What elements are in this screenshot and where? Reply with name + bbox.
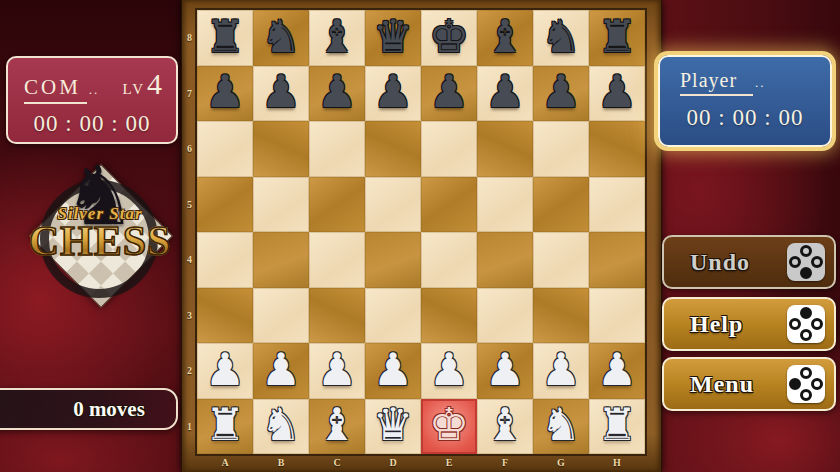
logo-title-line2: CHESS: [22, 217, 178, 265]
white-pawn: ♟: [533, 343, 589, 399]
square-f8[interactable]: ♝: [477, 10, 533, 66]
square-e3[interactable]: [421, 288, 477, 344]
rank-label-6: 6: [182, 121, 197, 177]
rank-label-7: 7: [182, 66, 197, 122]
square-b1[interactable]: ♞: [253, 399, 309, 455]
white-queen: ♛: [365, 399, 421, 455]
player-clock-panel: Player .. 00 : 00 : 00: [658, 55, 832, 147]
black-pawn: ♟: [253, 66, 309, 122]
black-bishop: ♝: [309, 10, 365, 66]
square-e7[interactable]: ♟: [421, 66, 477, 122]
help-button[interactable]: Help: [662, 297, 836, 351]
square-a5[interactable]: [197, 177, 253, 233]
square-d2[interactable]: ♟: [365, 343, 421, 399]
com-level-value: 4: [147, 70, 162, 97]
black-pawn: ♟: [309, 66, 365, 122]
square-a4[interactable]: [197, 232, 253, 288]
square-a2[interactable]: ♟: [197, 343, 253, 399]
square-b5[interactable]: [253, 177, 309, 233]
pad-dot-top-filled: [800, 307, 812, 319]
rank-label-3: 3: [182, 288, 197, 344]
com-clock-panel: COM .. LV 4 00 : 00 : 00: [6, 56, 178, 144]
square-e5[interactable]: [421, 177, 477, 233]
pad-dot-top: [800, 245, 812, 257]
square-f1[interactable]: ♝: [477, 399, 533, 455]
pad-dot-bottom-filled: [800, 267, 812, 279]
file-label-h: H: [589, 455, 645, 470]
square-h5[interactable]: [589, 177, 645, 233]
square-d5[interactable]: [365, 177, 421, 233]
square-c8[interactable]: ♝: [309, 10, 365, 66]
square-b3[interactable]: [253, 288, 309, 344]
white-pawn: ♟: [477, 343, 533, 399]
square-c6[interactable]: [309, 121, 365, 177]
undo-button-label: Undo: [690, 249, 750, 276]
undo-button[interactable]: Undo: [662, 235, 836, 289]
rank-label-2: 2: [182, 343, 197, 399]
square-c5[interactable]: [309, 177, 365, 233]
com-level-label: LV: [122, 81, 145, 98]
square-f3[interactable]: [477, 288, 533, 344]
black-rook: ♜: [589, 10, 645, 66]
square-b2[interactable]: ♟: [253, 343, 309, 399]
square-b6[interactable]: [253, 121, 309, 177]
square-h6[interactable]: [589, 121, 645, 177]
player-underline-dots: ..: [755, 75, 766, 91]
pad-dot-left-filled: [789, 378, 801, 390]
square-d4[interactable]: [365, 232, 421, 288]
pad-dot-left: [789, 256, 801, 268]
square-g8[interactable]: ♞: [533, 10, 589, 66]
square-a3[interactable]: [197, 288, 253, 344]
square-e2[interactable]: ♟: [421, 343, 477, 399]
black-pawn: ♟: [589, 66, 645, 122]
square-g3[interactable]: [533, 288, 589, 344]
file-label-b: B: [253, 455, 309, 470]
com-clock: 00 : 00 : 00: [8, 111, 176, 137]
square-a7[interactable]: ♟: [197, 66, 253, 122]
square-a6[interactable]: [197, 121, 253, 177]
file-label-a: A: [197, 455, 253, 470]
square-d3[interactable]: [365, 288, 421, 344]
black-pawn: ♟: [365, 66, 421, 122]
square-f4[interactable]: [477, 232, 533, 288]
rank-label-1: 1: [182, 399, 197, 455]
black-pawn: ♟: [197, 66, 253, 122]
white-knight: ♞: [533, 399, 589, 455]
square-d6[interactable]: [365, 121, 421, 177]
square-d7[interactable]: ♟: [365, 66, 421, 122]
file-labels: ABCDEFGH: [197, 455, 645, 470]
square-f6[interactable]: [477, 121, 533, 177]
pad-dot-right: [811, 256, 823, 268]
square-h1[interactable]: ♜: [589, 399, 645, 455]
black-rook: ♜: [197, 10, 253, 66]
move-counter-panel: 0 moves: [0, 388, 178, 430]
square-g2[interactable]: ♟: [533, 343, 589, 399]
silver-star-chess-logo: ♞ Silver Star CHESS: [22, 163, 178, 308]
square-c4[interactable]: [309, 232, 365, 288]
square-f5[interactable]: [477, 177, 533, 233]
white-rook: ♜: [589, 399, 645, 455]
player-name: Player: [680, 69, 753, 96]
file-label-f: F: [477, 455, 533, 470]
pad-dot-right: [811, 378, 823, 390]
move-counter-text: 0 moves: [15, 397, 145, 422]
square-h4[interactable]: [589, 232, 645, 288]
file-label-d: D: [365, 455, 421, 470]
square-f7[interactable]: ♟: [477, 66, 533, 122]
square-a8[interactable]: ♜: [197, 10, 253, 66]
rank-labels: 87654321: [182, 10, 197, 454]
square-c1[interactable]: ♝: [309, 399, 365, 455]
square-h8[interactable]: ♜: [589, 10, 645, 66]
white-pawn: ♟: [197, 343, 253, 399]
rank-label-5: 5: [182, 177, 197, 233]
square-h2[interactable]: ♟: [589, 343, 645, 399]
square-h7[interactable]: ♟: [589, 66, 645, 122]
black-queen: ♛: [365, 10, 421, 66]
menu-button-label: Menu: [690, 371, 754, 398]
file-label-g: G: [533, 455, 589, 470]
menu-button[interactable]: Menu: [662, 357, 836, 411]
white-king: ♚: [421, 399, 477, 455]
white-pawn: ♟: [421, 343, 477, 399]
square-b4[interactable]: [253, 232, 309, 288]
game-screen: 87654321 ♜♞♝♛♚♝♞♜♟♟♟♟♟♟♟♟♟♟♟♟♟♟♟♟♜♞♝♛♚♝♞…: [0, 0, 840, 472]
square-b8[interactable]: ♞: [253, 10, 309, 66]
white-pawn: ♟: [253, 343, 309, 399]
com-underline-dots: ..: [89, 82, 100, 98]
help-button-label: Help: [690, 311, 743, 338]
square-e6[interactable]: [421, 121, 477, 177]
white-pawn: ♟: [589, 343, 645, 399]
square-b7[interactable]: ♟: [253, 66, 309, 122]
controller-triangle-button-icon: [787, 305, 825, 343]
pad-dot-right: [811, 318, 823, 330]
square-e8[interactable]: ♚: [421, 10, 477, 66]
white-bishop: ♝: [477, 399, 533, 455]
black-knight: ♞: [533, 10, 589, 66]
pad-dot-top: [800, 367, 812, 379]
controller-cross-button-icon: [787, 243, 825, 281]
square-g4[interactable]: [533, 232, 589, 288]
square-g5[interactable]: [533, 177, 589, 233]
file-label-e: E: [421, 455, 477, 470]
square-g7[interactable]: ♟: [533, 66, 589, 122]
square-c7[interactable]: ♟: [309, 66, 365, 122]
pad-dot-left: [789, 318, 801, 330]
white-pawn: ♟: [309, 343, 365, 399]
rank-label-8: 8: [182, 10, 197, 66]
pad-dot-bottom: [800, 389, 812, 401]
black-pawn: ♟: [477, 66, 533, 122]
com-name: COM: [24, 75, 87, 104]
square-e4[interactable]: [421, 232, 477, 288]
square-a1[interactable]: ♜: [197, 399, 253, 455]
square-g1[interactable]: ♞: [533, 399, 589, 455]
square-d8[interactable]: ♛: [365, 10, 421, 66]
white-rook: ♜: [197, 399, 253, 455]
square-f2[interactable]: ♟: [477, 343, 533, 399]
white-knight: ♞: [253, 399, 309, 455]
controller-square-button-icon: [787, 365, 825, 403]
chess-board: 87654321 ♜♞♝♛♚♝♞♜♟♟♟♟♟♟♟♟♟♟♟♟♟♟♟♟♜♞♝♛♚♝♞…: [181, 0, 662, 472]
square-h3[interactable]: [589, 288, 645, 344]
white-pawn: ♟: [365, 343, 421, 399]
black-knight: ♞: [253, 10, 309, 66]
player-clock: 00 : 00 : 00: [660, 105, 830, 131]
file-label-c: C: [309, 455, 365, 470]
black-bishop: ♝: [477, 10, 533, 66]
square-g6[interactable]: [533, 121, 589, 177]
black-pawn: ♟: [421, 66, 477, 122]
white-bishop: ♝: [309, 399, 365, 455]
board-squares: ♜♞♝♛♚♝♞♜♟♟♟♟♟♟♟♟♟♟♟♟♟♟♟♟♜♞♝♛♚♝♞♜: [197, 10, 645, 454]
black-king: ♚: [421, 10, 477, 66]
rank-label-4: 4: [182, 232, 197, 288]
square-e1[interactable]: ♚: [421, 399, 477, 455]
square-d1[interactable]: ♛: [365, 399, 421, 455]
square-c3[interactable]: [309, 288, 365, 344]
square-c2[interactable]: ♟: [309, 343, 365, 399]
black-pawn: ♟: [533, 66, 589, 122]
pad-dot-bottom: [800, 329, 812, 341]
